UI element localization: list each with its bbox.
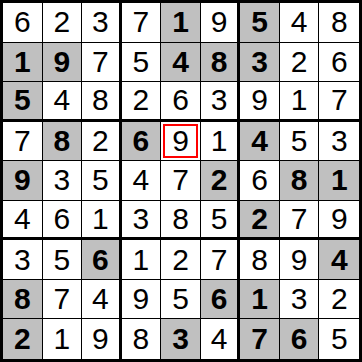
cell-r4c4[interactable]: 6 [122, 122, 162, 162]
cell-value: 2 [92, 126, 109, 156]
cell-r8c7[interactable]: 1 [240, 280, 280, 320]
cell-r9c1[interactable]: 2 [3, 319, 43, 359]
cell-value: 2 [172, 245, 189, 275]
cell-value: 2 [291, 47, 308, 77]
cell-r7c6[interactable]: 7 [201, 240, 241, 280]
cell-r5c1[interactable]: 9 [3, 161, 43, 201]
cell-r3c9[interactable]: 7 [319, 82, 359, 122]
cell-r6c8[interactable]: 7 [280, 201, 320, 241]
cell-r3c1[interactable]: 5 [3, 82, 43, 122]
cell-r1c4[interactable]: 7 [122, 3, 162, 43]
cell-value: 4 [331, 245, 348, 275]
cell-value: 8 [211, 47, 228, 77]
cell-value: 8 [291, 165, 308, 195]
cell-r4c5[interactable]: 9 [161, 122, 201, 162]
cell-r7c3[interactable]: 6 [82, 240, 122, 280]
cell-value: 4 [133, 165, 150, 195]
cell-r2c3[interactable]: 7 [82, 43, 122, 83]
cell-value: 3 [251, 47, 268, 77]
cell-r5c8[interactable]: 8 [280, 161, 320, 201]
cell-r6c2[interactable]: 6 [43, 201, 83, 241]
cell-r3c7[interactable]: 9 [240, 82, 280, 122]
cell-r3c2[interactable]: 4 [43, 82, 83, 122]
cell-r4c7[interactable]: 4 [240, 122, 280, 162]
cell-r5c7[interactable]: 6 [240, 161, 280, 201]
cell-r1c7[interactable]: 5 [240, 3, 280, 43]
cell-value: 6 [172, 85, 189, 115]
cell-value: 2 [251, 204, 268, 234]
cell-value: 8 [331, 7, 348, 37]
cell-r1c8[interactable]: 4 [280, 3, 320, 43]
cell-r2c7[interactable]: 3 [240, 43, 280, 83]
cell-value: 3 [14, 245, 31, 275]
cell-r9c8[interactable]: 6 [280, 319, 320, 359]
cell-r3c6[interactable]: 3 [201, 82, 241, 122]
cell-r5c9[interactable]: 1 [319, 161, 359, 201]
cell-value: 4 [172, 47, 189, 77]
cell-r8c4[interactable]: 9 [122, 280, 162, 320]
cell-r4c1[interactable]: 7 [3, 122, 43, 162]
cell-value: 3 [53, 165, 70, 195]
cell-r7c1[interactable]: 3 [3, 240, 43, 280]
cell-r5c2[interactable]: 3 [43, 161, 83, 201]
cell-value: 9 [53, 47, 70, 77]
cell-r4c6[interactable]: 1 [201, 122, 241, 162]
cell-value: 5 [211, 204, 228, 234]
cell-r6c6[interactable]: 5 [201, 201, 241, 241]
cell-value: 7 [53, 284, 70, 314]
cell-r7c7[interactable]: 8 [240, 240, 280, 280]
cell-r2c5[interactable]: 4 [161, 43, 201, 83]
cell-r2c1[interactable]: 1 [3, 43, 43, 83]
cell-value: 9 [14, 165, 31, 195]
cell-r3c8[interactable]: 1 [280, 82, 320, 122]
cell-value: 5 [133, 47, 150, 77]
cell-r7c9[interactable]: 4 [319, 240, 359, 280]
cell-value: 7 [172, 165, 189, 195]
cell-value: 5 [172, 284, 189, 314]
cell-value: 4 [14, 204, 31, 234]
cell-r3c4[interactable]: 2 [122, 82, 162, 122]
cell-value: 1 [251, 284, 268, 314]
cell-r3c3[interactable]: 8 [82, 82, 122, 122]
cell-value: 2 [53, 7, 70, 37]
cell-r9c7[interactable]: 7 [240, 319, 280, 359]
cell-value: 8 [92, 85, 109, 115]
cell-r8c6[interactable]: 6 [201, 280, 241, 320]
cell-value: 9 [331, 204, 348, 234]
cell-r8c9[interactable]: 2 [319, 280, 359, 320]
cell-r7c2[interactable]: 5 [43, 240, 83, 280]
cell-value: 7 [291, 204, 308, 234]
cell-r8c3[interactable]: 4 [82, 280, 122, 320]
cell-value: 3 [172, 324, 189, 354]
cell-r4c8[interactable]: 5 [280, 122, 320, 162]
cell-value: 8 [53, 126, 70, 156]
cell-value: 3 [133, 204, 150, 234]
cell-value: 4 [211, 324, 228, 354]
cell-r9c6[interactable]: 4 [201, 319, 241, 359]
cell-value: 1 [291, 85, 308, 115]
cell-value: 5 [53, 245, 70, 275]
cell-r8c8[interactable]: 3 [280, 280, 320, 320]
cell-r9c2[interactable]: 1 [43, 319, 83, 359]
cell-value: 4 [251, 126, 268, 156]
cell-value: 2 [133, 85, 150, 115]
cell-value: 1 [14, 47, 31, 77]
cell-r1c9[interactable]: 8 [319, 3, 359, 43]
cell-r8c1[interactable]: 8 [3, 280, 43, 320]
cell-value: 9 [211, 7, 228, 37]
cell-value: 7 [331, 85, 348, 115]
cell-r9c9[interactable]: 5 [319, 319, 359, 359]
cell-value: 5 [14, 85, 31, 115]
cell-value: 6 [133, 126, 150, 156]
cell-r8c2[interactable]: 7 [43, 280, 83, 320]
cell-r6c1[interactable]: 4 [3, 201, 43, 241]
cell-value: 6 [14, 7, 31, 37]
cell-r6c4[interactable]: 3 [122, 201, 162, 241]
cell-r6c3[interactable]: 1 [82, 201, 122, 241]
cell-value: 7 [251, 324, 268, 354]
cell-r2c9[interactable]: 6 [319, 43, 359, 83]
cell-r1c1[interactable]: 6 [3, 3, 43, 43]
cell-r1c2[interactable]: 2 [43, 3, 83, 43]
cell-r5c4[interactable]: 4 [122, 161, 162, 201]
cell-value: 4 [92, 284, 109, 314]
cell-value: 9 [291, 245, 308, 275]
cell-value: 7 [211, 245, 228, 275]
cell-value: 6 [291, 324, 308, 354]
cell-value: 6 [53, 204, 70, 234]
cell-value: 1 [331, 165, 348, 195]
cell-r9c4[interactable]: 8 [122, 319, 162, 359]
cell-value: 2 [331, 284, 348, 314]
cell-value: 5 [291, 126, 308, 156]
cell-r9c3[interactable]: 9 [82, 319, 122, 359]
cell-value: 6 [251, 165, 268, 195]
cell-value: 2 [14, 324, 31, 354]
cell-r3c5[interactable]: 6 [161, 82, 201, 122]
cell-value: 3 [331, 126, 348, 156]
cell-r8c5[interactable]: 5 [161, 280, 201, 320]
cell-r9c5[interactable]: 3 [161, 319, 201, 359]
cell-value: 8 [251, 245, 268, 275]
cell-value: 4 [291, 7, 308, 37]
cell-r5c5[interactable]: 7 [161, 161, 201, 201]
cell-value: 5 [92, 165, 109, 195]
cell-r2c2[interactable]: 9 [43, 43, 83, 83]
cell-value: 1 [211, 126, 228, 156]
cell-r6c5[interactable]: 8 [161, 201, 201, 241]
cell-value: 9 [251, 85, 268, 115]
cell-value: 6 [211, 284, 228, 314]
sudoku-board: 6237195481975483265482639177826914539354… [0, 0, 362, 362]
cell-value: 1 [53, 324, 70, 354]
cell-value: 4 [53, 85, 70, 115]
cell-value: 9 [133, 284, 150, 314]
cell-r7c5[interactable]: 2 [161, 240, 201, 280]
cell-value: 7 [14, 126, 31, 156]
cell-value: 3 [211, 85, 228, 115]
cell-r1c6[interactable]: 9 [201, 3, 241, 43]
cell-r4c9[interactable]: 3 [319, 122, 359, 162]
cell-r7c8[interactable]: 9 [280, 240, 320, 280]
cell-r1c3[interactable]: 3 [82, 3, 122, 43]
cell-value: 8 [14, 284, 31, 314]
cell-value: 3 [92, 7, 109, 37]
cell-r5c6[interactable]: 2 [201, 161, 241, 201]
cell-value: 7 [92, 47, 109, 77]
cell-value: 2 [211, 165, 228, 195]
cell-value: 6 [92, 245, 109, 275]
cell-value: 9 [172, 126, 189, 156]
cell-r4c2[interactable]: 8 [43, 122, 83, 162]
cell-r2c8[interactable]: 2 [280, 43, 320, 83]
cell-value: 3 [291, 284, 308, 314]
cell-value: 6 [331, 47, 348, 77]
cell-r4c3[interactable]: 2 [82, 122, 122, 162]
cell-r1c5[interactable]: 1 [161, 3, 201, 43]
cell-value: 1 [133, 245, 150, 275]
cell-value: 1 [92, 204, 109, 234]
cell-r2c4[interactable]: 5 [122, 43, 162, 83]
cell-value: 8 [133, 324, 150, 354]
cell-r6c7[interactable]: 2 [240, 201, 280, 241]
cell-value: 9 [92, 324, 109, 354]
cell-value: 8 [172, 204, 189, 234]
cell-value: 5 [331, 324, 348, 354]
cell-r7c4[interactable]: 1 [122, 240, 162, 280]
cell-r6c9[interactable]: 9 [319, 201, 359, 241]
cell-r2c6[interactable]: 8 [201, 43, 241, 83]
cell-value: 7 [133, 7, 150, 37]
cell-value: 1 [172, 7, 189, 37]
cell-value: 5 [251, 7, 268, 37]
cell-r5c3[interactable]: 5 [82, 161, 122, 201]
